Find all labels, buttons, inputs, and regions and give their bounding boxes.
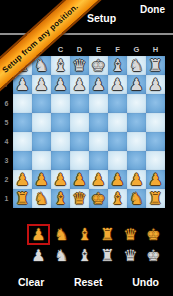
square-b4[interactable]: [32, 132, 51, 151]
piece-white-queen: ♛: [72, 189, 86, 208]
piece-white-pawn: ♟: [34, 170, 48, 189]
square-c2[interactable]: ♟: [51, 170, 70, 189]
piece-black-knight: ♞: [129, 56, 143, 75]
chess-board: ♜♞♝♛♚♝♞♜♟♟♟♟♟♟♟♟♟♟♟♟♟♟♟♟♜♞♝♛♚♝♞♜: [13, 56, 165, 208]
square-e7[interactable]: ♟: [89, 75, 108, 94]
file-label: E: [89, 45, 108, 56]
tray-silver-pawn[interactable]: ♟: [27, 245, 50, 266]
file-label: H: [146, 45, 165, 56]
piece-white-pawn: ♟: [110, 170, 124, 189]
square-d8[interactable]: ♛: [70, 56, 89, 75]
square-e5[interactable]: [89, 113, 108, 132]
square-h3[interactable]: [146, 151, 165, 170]
square-g2[interactable]: ♟: [127, 170, 146, 189]
square-e6[interactable]: [89, 94, 108, 113]
piece-black-queen: ♛: [123, 245, 137, 266]
file-label: F: [108, 45, 127, 56]
square-h7[interactable]: ♟: [146, 75, 165, 94]
tray-gold-pawn[interactable]: ♟: [27, 224, 50, 245]
square-b6[interactable]: [32, 94, 51, 113]
file-label: D: [70, 45, 89, 56]
piece-white-knight: ♞: [54, 224, 68, 245]
square-b3[interactable]: [32, 151, 51, 170]
piece-white-pawn: ♟: [15, 170, 29, 189]
piece-black-knight: ♞: [34, 56, 48, 75]
square-c6[interactable]: [51, 94, 70, 113]
piece-white-bishop: ♝: [53, 189, 67, 208]
square-g4[interactable]: [127, 132, 146, 151]
piece-white-king: ♚: [91, 189, 105, 208]
square-g1[interactable]: ♞: [127, 189, 146, 208]
square-d4[interactable]: [70, 132, 89, 151]
piece-black-pawn: ♟: [110, 75, 124, 94]
square-h2[interactable]: ♟: [146, 170, 165, 189]
square-a3[interactable]: [13, 151, 32, 170]
square-g7[interactable]: ♟: [127, 75, 146, 94]
square-h4[interactable]: [146, 132, 165, 151]
square-b1[interactable]: ♞: [32, 189, 51, 208]
piece-black-pawn: ♟: [129, 75, 143, 94]
square-a7[interactable]: ♟: [13, 75, 32, 94]
square-f1[interactable]: ♝: [108, 189, 127, 208]
square-f6[interactable]: [108, 94, 127, 113]
piece-white-pawn: ♟: [129, 170, 143, 189]
square-f4[interactable]: [108, 132, 127, 151]
piece-black-queen: ♛: [72, 56, 86, 75]
piece-white-pawn: ♟: [53, 170, 67, 189]
square-b5[interactable]: [32, 113, 51, 132]
piece-black-rook: ♜: [148, 56, 162, 75]
square-d1[interactable]: ♛: [70, 189, 89, 208]
square-e8[interactable]: ♚: [89, 56, 108, 75]
clear-button[interactable]: Clear: [18, 276, 44, 288]
square-c5[interactable]: [51, 113, 70, 132]
setup-screen: Setup Done ABCDEFGH 87654321 ♜♞♝♛♚♝♞♜♟♟♟…: [0, 0, 173, 296]
piece-white-king: ♚: [146, 224, 160, 245]
square-e4[interactable]: [89, 132, 108, 151]
square-c8[interactable]: ♝: [51, 56, 70, 75]
piece-tray: ♟♞♝♜♛♚♟♞♝♜♛♚: [27, 224, 165, 266]
rank-label: 1: [0, 189, 13, 208]
square-e1[interactable]: ♚: [89, 189, 108, 208]
piece-black-pawn: ♟: [31, 245, 45, 266]
square-a2[interactable]: ♟: [13, 170, 32, 189]
square-c1[interactable]: ♝: [51, 189, 70, 208]
tray-gold-queen[interactable]: ♛: [119, 224, 142, 245]
square-d6[interactable]: [70, 94, 89, 113]
square-h1[interactable]: ♜: [146, 189, 165, 208]
piece-white-bishop: ♝: [110, 189, 124, 208]
square-c3[interactable]: [51, 151, 70, 170]
done-button[interactable]: Done: [140, 4, 165, 15]
square-h6[interactable]: [146, 94, 165, 113]
tray-silver-bishop[interactable]: ♝: [73, 245, 96, 266]
square-d2[interactable]: ♟: [70, 170, 89, 189]
square-a4[interactable]: [13, 132, 32, 151]
piece-black-bishop: ♝: [110, 56, 124, 75]
square-d7[interactable]: ♟: [70, 75, 89, 94]
square-e2[interactable]: ♟: [89, 170, 108, 189]
piece-white-pawn: ♟: [31, 224, 45, 245]
file-label: C: [51, 45, 70, 56]
piece-white-knight: ♞: [34, 189, 48, 208]
piece-white-rook: ♜: [148, 189, 162, 208]
piece-white-pawn: ♟: [148, 170, 162, 189]
file-label: G: [127, 45, 146, 56]
square-e3[interactable]: [89, 151, 108, 170]
tray-silver-rook[interactable]: ♜: [96, 245, 119, 266]
square-f8[interactable]: ♝: [108, 56, 127, 75]
square-g3[interactable]: [127, 151, 146, 170]
piece-black-pawn: ♟: [72, 75, 86, 94]
square-f3[interactable]: [108, 151, 127, 170]
square-f5[interactable]: [108, 113, 127, 132]
square-a1[interactable]: ♜: [13, 189, 32, 208]
square-b7[interactable]: ♟: [32, 75, 51, 94]
square-h8[interactable]: ♜: [146, 56, 165, 75]
piece-white-pawn: ♟: [72, 170, 86, 189]
piece-black-pawn: ♟: [34, 75, 48, 94]
piece-white-bishop: ♝: [77, 224, 91, 245]
rank-label: 2: [0, 170, 13, 189]
piece-black-bishop: ♝: [77, 245, 91, 266]
tray-gold-bishop[interactable]: ♝: [73, 224, 96, 245]
piece-white-rook: ♜: [100, 224, 114, 245]
square-f7[interactable]: ♟: [108, 75, 127, 94]
square-h5[interactable]: [146, 113, 165, 132]
square-d3[interactable]: [70, 151, 89, 170]
square-b2[interactable]: ♟: [32, 170, 51, 189]
square-c7[interactable]: ♟: [51, 75, 70, 94]
piece-white-rook: ♜: [15, 189, 29, 208]
square-c4[interactable]: [51, 132, 70, 151]
rank-label: 5: [0, 113, 13, 132]
piece-black-pawn: ♟: [148, 75, 162, 94]
piece-black-king: ♚: [146, 245, 160, 266]
piece-black-pawn: ♟: [91, 75, 105, 94]
tray-silver-knight[interactable]: ♞: [50, 245, 73, 266]
reset-button[interactable]: Reset: [74, 276, 103, 288]
footer-buttons: Clear Reset Undo: [0, 274, 173, 290]
square-a5[interactable]: [13, 113, 32, 132]
piece-white-queen: ♛: [123, 224, 137, 245]
tray-gold-knight[interactable]: ♞: [50, 224, 73, 245]
piece-black-rook: ♜: [100, 245, 114, 266]
piece-black-pawn: ♟: [15, 75, 29, 94]
square-f2[interactable]: ♟: [108, 170, 127, 189]
undo-button[interactable]: Undo: [132, 276, 159, 288]
square-d5[interactable]: [70, 113, 89, 132]
rank-label: 4: [0, 132, 13, 151]
piece-black-king: ♚: [91, 56, 105, 75]
piece-white-knight: ♞: [129, 189, 143, 208]
piece-black-pawn: ♟: [53, 75, 67, 94]
rank-label: 3: [0, 151, 13, 170]
piece-black-bishop: ♝: [53, 56, 67, 75]
piece-white-pawn: ♟: [91, 170, 105, 189]
page-title: Setup: [87, 12, 116, 24]
square-g5[interactable]: [127, 113, 146, 132]
piece-black-knight: ♞: [54, 245, 68, 266]
tray-gold-rook[interactable]: ♜: [96, 224, 119, 245]
tray-gold-king[interactable]: ♚: [142, 224, 165, 245]
rank-label: 6: [0, 94, 13, 113]
tray-silver-king[interactable]: ♚: [142, 245, 165, 266]
tray-silver-queen[interactable]: ♛: [119, 245, 142, 266]
square-g8[interactable]: ♞: [127, 56, 146, 75]
square-g6[interactable]: [127, 94, 146, 113]
square-a6[interactable]: [13, 94, 32, 113]
